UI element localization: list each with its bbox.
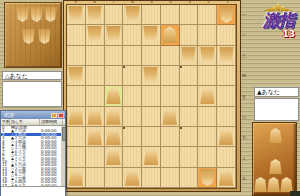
board-square-5五[interactable]	[142, 86, 161, 106]
shogi-piece-歩: 歩兵	[200, 87, 215, 104]
board-square-7二[interactable]: 銀将	[105, 25, 124, 45]
board-square-9三[interactable]	[67, 46, 86, 66]
star-point	[123, 127, 125, 129]
board-square-1七[interactable]: 歩兵	[217, 127, 236, 147]
shogi-app-screen: 歩兵歩兵歩兵銀将桂馬 △あなた 987654321 香車桂馬金将香車玉将銀将金将…	[0, 0, 300, 196]
shogi-piece-歩: 歩兵	[68, 67, 83, 84]
rank-label: 五	[242, 86, 248, 107]
shogi-piece-桂: 桂馬	[106, 128, 121, 145]
shogi-piece-玉: 玉将	[87, 26, 102, 43]
rank-label: 一	[242, 4, 248, 25]
kifu-scrollbar[interactable]	[61, 126, 65, 186]
rank-label: 四	[242, 66, 248, 87]
rank-label: 九	[242, 169, 248, 190]
shogi-piece-銀[interactable]: 銀将	[22, 29, 35, 44]
close-button[interactable]	[58, 113, 64, 118]
board-square-1一[interactable]: 香車	[217, 5, 236, 25]
shogi-piece-桂[interactable]: 桂馬	[269, 159, 282, 174]
rank-label: 三	[242, 45, 248, 66]
board-square-7六[interactable]: 歩兵	[105, 107, 124, 127]
board-square-7一[interactable]	[105, 5, 124, 25]
board-square-5二[interactable]: 金将	[142, 25, 161, 45]
board-square-1八[interactable]	[217, 147, 236, 167]
board-square-1五[interactable]	[217, 86, 236, 106]
board-square-6五[interactable]	[123, 86, 142, 106]
board-square-3九[interactable]	[180, 168, 199, 188]
board-square-3一[interactable]	[180, 5, 199, 25]
kifu-comment-area[interactable]	[1, 187, 65, 196]
board-square-2一[interactable]	[198, 5, 217, 25]
rank-label: 二	[242, 25, 248, 46]
shogi-piece-金: 金将	[143, 26, 158, 43]
board-square-2八[interactable]	[198, 147, 217, 167]
board-square-7八[interactable]: 銀将	[105, 147, 124, 167]
kifu-window: 棋譜 手数 指し手 消費時間 0開始局面1▲７六歩0:00:002△３四歩0:0…	[0, 110, 66, 196]
shogi-piece-銀: 銀将	[106, 87, 121, 104]
star-point	[180, 66, 182, 68]
board-square-6六[interactable]	[123, 107, 142, 127]
board-square-6一[interactable]: 金将	[123, 5, 142, 25]
shogi-piece-歩: 歩兵	[106, 108, 121, 125]
rank-coordinates: 一二三四五六七八九	[242, 4, 248, 189]
board-square-4八[interactable]	[161, 147, 180, 167]
board-square-9四[interactable]: 歩兵	[67, 66, 86, 86]
board-square-9一[interactable]: 香車	[67, 5, 86, 25]
board-square-7五[interactable]: 銀将	[105, 86, 124, 106]
kifu-title-bar[interactable]: 棋譜	[1, 111, 65, 119]
board-square-4九[interactable]	[161, 168, 180, 188]
column-move-number: 手数	[1, 119, 10, 125]
board-square-8八[interactable]	[86, 147, 105, 167]
board-square-6八[interactable]	[123, 147, 142, 167]
star-point	[123, 66, 125, 68]
shogi-piece-歩[interactable]: 歩兵	[44, 7, 57, 22]
logo-version-number: 13	[282, 29, 295, 39]
gote-player-label: △あなた	[2, 71, 62, 80]
gote-hand-stand[interactable]: 歩兵歩兵歩兵銀将桂馬	[4, 2, 62, 68]
board-square-2五[interactable]: 歩兵	[198, 86, 217, 106]
board-square-7三[interactable]	[105, 46, 124, 66]
board-square-1六[interactable]	[217, 107, 236, 127]
board-square-1二[interactable]	[217, 25, 236, 45]
shogi-piece-桂: 桂馬	[87, 6, 102, 23]
shogi-piece-桂[interactable]: 桂馬	[38, 29, 51, 44]
board-square-8七[interactable]: 王将	[86, 127, 105, 147]
shogi-piece-銀: 銀将	[106, 148, 121, 165]
board-square-8三[interactable]	[86, 46, 105, 66]
board-square-5六[interactable]	[142, 107, 161, 127]
shogi-piece-歩[interactable]: 歩兵	[254, 177, 267, 192]
board-square-1四[interactable]	[217, 66, 236, 86]
shogi-piece-香: 香車	[219, 169, 234, 186]
board-square-1三[interactable]: 歩兵	[217, 46, 236, 66]
board-square-6二[interactable]	[123, 25, 142, 45]
board-square-9九[interactable]: 香車	[67, 168, 86, 188]
column-move: 指し手	[10, 119, 40, 125]
gekisashi-logo: 激指 13	[256, 2, 300, 54]
star-point	[180, 127, 182, 129]
shogi-piece-歩: 歩兵	[181, 47, 196, 64]
board-square-6四[interactable]	[123, 66, 142, 86]
shogi-piece-歩: 歩兵	[87, 108, 102, 125]
board-square-3七[interactable]	[180, 127, 199, 147]
sente-info-box	[254, 98, 299, 121]
board-square-5九[interactable]	[142, 168, 161, 188]
shogi-piece-歩[interactable]: 歩兵	[280, 177, 293, 192]
shogi-piece-歩[interactable]: 歩兵	[16, 7, 29, 22]
board-square-8一[interactable]: 桂馬	[86, 5, 105, 25]
shogi-piece-銀: 銀将	[106, 26, 121, 43]
board-square-8四[interactable]	[86, 66, 105, 86]
board-square-5一[interactable]	[142, 5, 161, 25]
board-square-6九[interactable]: 金将	[123, 168, 142, 188]
board-square-2三[interactable]: 歩兵	[198, 46, 217, 66]
board-square-7九[interactable]	[105, 168, 124, 188]
shogi-piece-金: 金将	[125, 169, 140, 186]
shogi-piece-歩: 歩兵	[162, 108, 177, 125]
board-square-3二[interactable]	[180, 25, 199, 45]
board-square-3八[interactable]	[180, 147, 199, 167]
board-square-2七[interactable]	[198, 127, 217, 147]
board-square-3四[interactable]	[180, 66, 199, 86]
board-square-4四[interactable]	[161, 66, 180, 86]
board-square-4五[interactable]	[161, 86, 180, 106]
kifu-move-list[interactable]: 0開始局面1▲７六歩0:00:002△３四歩0:00:003▲２六歩0:00:0…	[1, 126, 65, 187]
rank-label: 八	[242, 148, 248, 169]
board-square-4六[interactable]: 歩兵	[161, 107, 180, 127]
shogi-piece-歩: 歩兵	[68, 108, 83, 125]
board-square-5八[interactable]: 金将	[142, 147, 161, 167]
shogi-board[interactable]: 香車桂馬金将香車玉将銀将金将龍王歩兵歩兵歩兵歩兵歩兵銀将歩兵歩兵歩兵歩兵歩兵王将…	[66, 4, 237, 189]
board-square-7七[interactable]: 桂馬	[105, 127, 124, 147]
shogi-piece-歩[interactable]: 歩兵	[30, 7, 43, 22]
corner-shadow	[290, 191, 300, 196]
board-square-4一[interactable]	[161, 5, 180, 25]
shogi-piece-金: 金将	[125, 6, 140, 23]
board-square-9五[interactable]	[67, 86, 86, 106]
board-square-4七[interactable]	[161, 127, 180, 147]
board-square-4二[interactable]: 龍王	[161, 25, 180, 45]
gote-info-box	[2, 81, 62, 107]
shogi-piece-歩: 歩兵	[219, 128, 234, 145]
shogi-piece-香: 香車	[219, 6, 234, 23]
board-square-5三[interactable]	[142, 46, 161, 66]
board-square-4三[interactable]	[161, 46, 180, 66]
board-square-1九[interactable]: 香車	[217, 168, 236, 188]
board-square-8六[interactable]: 歩兵	[86, 107, 105, 127]
rank-label: 六	[242, 107, 248, 128]
shogi-piece-馬: 龍馬	[200, 169, 215, 186]
kifu-table-header: 手数 指し手 消費時間	[1, 119, 65, 126]
board-square-6三[interactable]	[123, 46, 142, 66]
shogi-piece-龍: 龍王	[162, 26, 177, 43]
shogi-piece-歩: 歩兵	[219, 47, 234, 64]
board-square-9六[interactable]: 歩兵	[67, 107, 86, 127]
board-square-9二[interactable]	[67, 25, 86, 45]
board-square-9八[interactable]	[67, 147, 86, 167]
board-square-6七[interactable]	[123, 127, 142, 147]
board-square-3三[interactable]: 歩兵	[180, 46, 199, 66]
board-square-5七[interactable]	[142, 127, 161, 147]
kifu-window-title: 棋譜	[2, 113, 50, 118]
board-square-8二[interactable]: 玉将	[86, 25, 105, 45]
shogi-piece-歩: 歩兵	[200, 47, 215, 64]
board-square-2九[interactable]: 龍馬	[198, 168, 217, 188]
shogi-piece-香: 香車	[68, 6, 83, 23]
board-square-2二[interactable]	[198, 25, 217, 45]
sente-player-label: ▲あなた	[254, 87, 299, 97]
shogi-piece-歩[interactable]: 歩兵	[267, 177, 280, 192]
board-square-8五[interactable]	[86, 86, 105, 106]
logo-text: 激指	[256, 11, 300, 30]
board-square-2六[interactable]	[198, 107, 217, 127]
board-square-2四[interactable]	[198, 66, 217, 86]
shogi-piece-角[interactable]: 角行	[269, 128, 282, 143]
shogi-piece-香: 香車	[68, 169, 83, 186]
shogi-piece-歩: 歩兵	[143, 67, 158, 84]
board-square-7四[interactable]	[105, 66, 124, 86]
board-square-3五[interactable]	[180, 86, 199, 106]
column-time: 消費時間	[40, 119, 63, 125]
board-square-3六[interactable]	[180, 107, 199, 127]
minimize-button[interactable]	[51, 113, 57, 118]
board-square-8九[interactable]	[86, 168, 105, 188]
shogi-piece-玉: 王将	[87, 128, 102, 145]
board-square-9七[interactable]	[67, 127, 86, 147]
sente-hand-stand[interactable]: 角行桂馬歩兵歩兵歩兵	[252, 122, 297, 196]
shogi-piece-金: 金将	[143, 148, 158, 165]
rank-label: 七	[242, 127, 248, 148]
scrollbar-thumb[interactable]	[62, 127, 66, 141]
board-square-5四[interactable]: 歩兵	[142, 66, 161, 86]
